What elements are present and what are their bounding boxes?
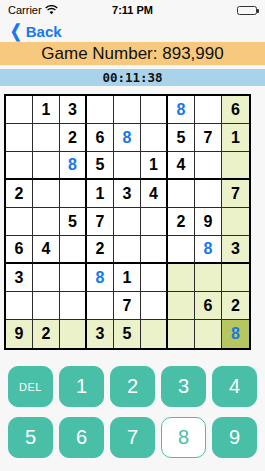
sudoku-board: 138626857185142134757296428338176292358 — [4, 94, 251, 350]
sudoku-cell-r7c2[interactable] — [33, 264, 60, 292]
sudoku-cell-r9c6[interactable] — [141, 320, 168, 348]
sudoku-cell-r7c4[interactable]: 8 — [87, 264, 114, 292]
keypad-row-2: 56789 — [8, 417, 257, 458]
wifi-icon — [45, 5, 58, 15]
sudoku-cell-r8c6[interactable] — [141, 292, 168, 320]
sudoku-cell-r2c6[interactable] — [141, 124, 168, 152]
sudoku-cell-r1c9[interactable]: 6 — [222, 96, 249, 124]
sudoku-cell-r5c3[interactable]: 5 — [60, 208, 87, 236]
sudoku-cell-r8c7[interactable] — [168, 292, 195, 320]
sudoku-cell-r3c4[interactable]: 5 — [87, 152, 114, 180]
sudoku-cell-r1c4[interactable] — [87, 96, 114, 124]
number-key-8[interactable]: 8 — [161, 417, 206, 458]
sudoku-cell-r3c3[interactable]: 8 — [60, 152, 87, 180]
number-key-3[interactable]: 3 — [161, 366, 206, 407]
sudoku-cell-r5c4[interactable]: 7 — [87, 208, 114, 236]
sudoku-cell-r3c6[interactable]: 1 — [141, 152, 168, 180]
number-key-2[interactable]: 2 — [110, 366, 155, 407]
sudoku-cell-r3c9[interactable] — [222, 152, 249, 180]
sudoku-cell-r6c6[interactable] — [141, 236, 168, 264]
sudoku-cell-r1c7[interactable]: 8 — [168, 96, 195, 124]
sudoku-cell-r9c8[interactable] — [195, 320, 222, 348]
sudoku-cell-r3c2[interactable] — [33, 152, 60, 180]
sudoku-cell-r9c9[interactable]: 8 — [222, 320, 249, 348]
sudoku-cell-r9c2[interactable]: 2 — [33, 320, 60, 348]
sudoku-cell-r7c8[interactable] — [195, 264, 222, 292]
timer-bar: 00:11:38 — [0, 69, 265, 86]
back-chevron-icon: ❮ — [10, 21, 22, 41]
game-number-label: Game Number: 893,990 — [41, 44, 223, 64]
sudoku-cell-r6c3[interactable] — [60, 236, 87, 264]
back-label: Back — [26, 23, 62, 40]
sudoku-cell-r3c1[interactable] — [6, 152, 33, 180]
game-number-bar: Game Number: 893,990 — [0, 42, 265, 65]
sudoku-cell-r4c8[interactable] — [195, 180, 222, 208]
sudoku-cell-r8c9[interactable]: 2 — [222, 292, 249, 320]
sudoku-cell-r1c1[interactable] — [6, 96, 33, 124]
keypad: DEL123456789 — [0, 366, 265, 458]
sudoku-cell-r2c7[interactable]: 5 — [168, 124, 195, 152]
sudoku-cell-r7c3[interactable] — [60, 264, 87, 292]
sudoku-cell-r8c2[interactable] — [33, 292, 60, 320]
sudoku-cell-r4c9[interactable]: 7 — [222, 180, 249, 208]
sudoku-cell-r5c7[interactable]: 2 — [168, 208, 195, 236]
sudoku-cell-r8c8[interactable]: 6 — [195, 292, 222, 320]
board-wrap: 138626857185142134757296428338176292358 — [0, 86, 265, 350]
sudoku-cell-r9c7[interactable] — [168, 320, 195, 348]
number-key-4[interactable]: 4 — [212, 366, 257, 407]
sudoku-cell-r3c5[interactable] — [114, 152, 141, 180]
sudoku-cell-r9c3[interactable] — [60, 320, 87, 348]
status-bar: Carrier 7:11 PM — [0, 0, 265, 20]
status-time: 7:11 PM — [98, 4, 167, 16]
sudoku-cell-r4c2[interactable] — [33, 180, 60, 208]
number-key-9[interactable]: 9 — [212, 417, 257, 458]
sudoku-cell-r4c1[interactable]: 2 — [6, 180, 33, 208]
sudoku-cell-r2c1[interactable] — [6, 124, 33, 152]
number-key-6[interactable]: 6 — [59, 417, 104, 458]
nav-bar: ❮ Back — [0, 20, 265, 42]
sudoku-cell-r5c6[interactable] — [141, 208, 168, 236]
sudoku-cell-r8c5[interactable]: 7 — [114, 292, 141, 320]
sudoku-cell-r6c9[interactable]: 3 — [222, 236, 249, 264]
sudoku-cell-r8c1[interactable] — [6, 292, 33, 320]
number-key-7[interactable]: 7 — [110, 417, 155, 458]
sudoku-cell-r6c1[interactable]: 6 — [6, 236, 33, 264]
sudoku-cell-r7c5[interactable]: 1 — [114, 264, 141, 292]
sudoku-cell-r3c7[interactable]: 4 — [168, 152, 195, 180]
sudoku-cell-r7c6[interactable] — [141, 264, 168, 292]
sudoku-cell-r1c3[interactable]: 3 — [60, 96, 87, 124]
sudoku-cell-r1c2[interactable]: 1 — [33, 96, 60, 124]
sudoku-cell-r7c1[interactable]: 3 — [6, 264, 33, 292]
sudoku-cell-r3c8[interactable] — [195, 152, 222, 180]
sudoku-cell-r2c5[interactable]: 8 — [114, 124, 141, 152]
delete-key[interactable]: DEL — [8, 366, 53, 407]
sudoku-cell-r9c4[interactable]: 3 — [87, 320, 114, 348]
timer-value: 00:11:38 — [102, 70, 162, 85]
sudoku-cell-r1c6[interactable] — [141, 96, 168, 124]
carrier-label: Carrier — [8, 4, 42, 16]
sudoku-cell-r2c4[interactable]: 6 — [87, 124, 114, 152]
sudoku-cell-r4c5[interactable]: 3 — [114, 180, 141, 208]
sudoku-cell-r8c4[interactable] — [87, 292, 114, 320]
sudoku-cell-r6c4[interactable]: 2 — [87, 236, 114, 264]
sudoku-cell-r5c2[interactable] — [33, 208, 60, 236]
sudoku-cell-r1c8[interactable] — [195, 96, 222, 124]
keypad-row-1: DEL1234 — [8, 366, 257, 407]
sudoku-cell-r9c1[interactable]: 9 — [6, 320, 33, 348]
sudoku-cell-r4c3[interactable] — [60, 180, 87, 208]
sudoku-cell-r4c4[interactable]: 1 — [87, 180, 114, 208]
back-button[interactable]: ❮ Back — [10, 23, 62, 40]
sudoku-cell-r9c5[interactable]: 5 — [114, 320, 141, 348]
sudoku-cell-r2c2[interactable] — [33, 124, 60, 152]
battery-icon — [237, 6, 257, 15]
sudoku-cell-r2c8[interactable]: 7 — [195, 124, 222, 152]
sudoku-cell-r2c9[interactable]: 1 — [222, 124, 249, 152]
sudoku-cell-r2c3[interactable]: 2 — [60, 124, 87, 152]
number-key-5[interactable]: 5 — [8, 417, 53, 458]
sudoku-cell-r1c5[interactable] — [114, 96, 141, 124]
sudoku-cell-r5c5[interactable] — [114, 208, 141, 236]
sudoku-cell-r7c9[interactable] — [222, 264, 249, 292]
sudoku-cell-r6c7[interactable] — [168, 236, 195, 264]
sudoku-cell-r5c9[interactable] — [222, 208, 249, 236]
sudoku-cell-r4c7[interactable] — [168, 180, 195, 208]
sudoku-cell-r6c5[interactable] — [114, 236, 141, 264]
sudoku-cell-r5c1[interactable] — [6, 208, 33, 236]
sudoku-cell-r6c8[interactable]: 8 — [195, 236, 222, 264]
sudoku-cell-r5c8[interactable]: 9 — [195, 208, 222, 236]
sudoku-cell-r4c6[interactable]: 4 — [141, 180, 168, 208]
number-key-1[interactable]: 1 — [59, 366, 104, 407]
sudoku-cell-r8c3[interactable] — [60, 292, 87, 320]
sudoku-cell-r6c2[interactable]: 4 — [33, 236, 60, 264]
sudoku-cell-r7c7[interactable] — [168, 264, 195, 292]
